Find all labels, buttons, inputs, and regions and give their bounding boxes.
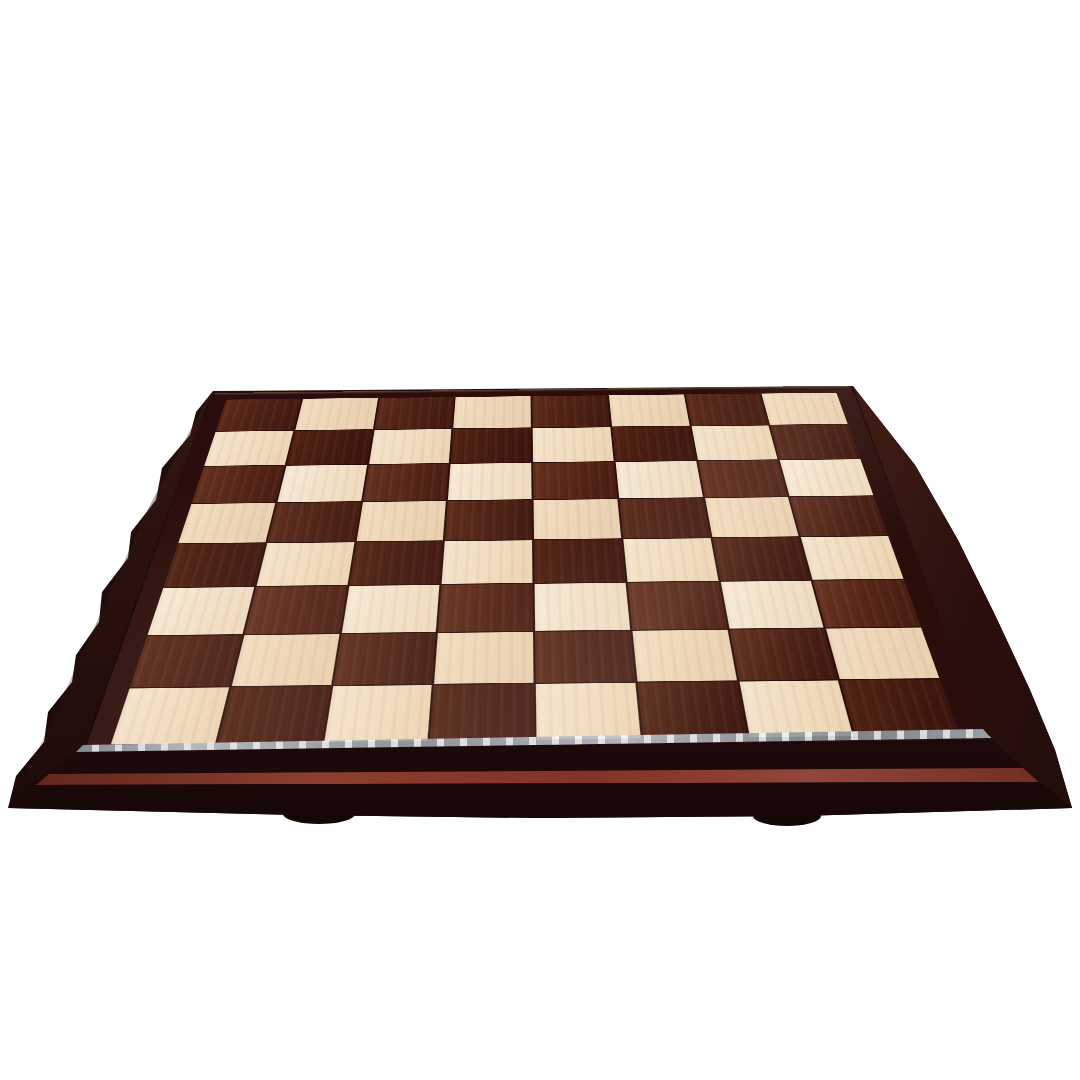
gloss-reflection: [85, 386, 986, 750]
board-foot-left: [283, 804, 355, 824]
board-playing-surface: [85, 386, 986, 750]
chessboard-product-photo: [0, 0, 1080, 1080]
board-foot-right: [753, 806, 821, 826]
